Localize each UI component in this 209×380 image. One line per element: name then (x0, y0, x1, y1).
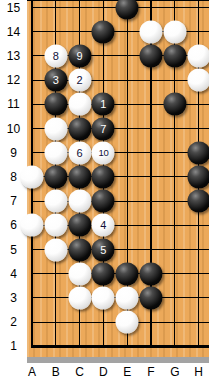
white-stone-G14 (163, 20, 186, 43)
move-number-label: 6 (77, 147, 83, 158)
white-stone-B10 (44, 117, 67, 140)
row-label-14: 14 (0, 26, 27, 38)
move-6-white-stone-C9: 6 (68, 141, 91, 164)
row-label-12: 12 (0, 74, 27, 86)
black-stone-G11 (163, 93, 186, 116)
row-label-4: 4 (0, 268, 27, 280)
move-number-label: 8 (53, 50, 59, 61)
black-stone-D8 (92, 165, 115, 188)
row-label-13: 13 (0, 50, 27, 62)
black-stone-D7 (92, 190, 115, 213)
white-stone-B7 (44, 190, 67, 213)
grid-hline-1 (32, 345, 209, 348)
row-label-1: 1 (0, 340, 27, 352)
row-label-9: 9 (0, 147, 27, 159)
black-stone-B8 (44, 165, 67, 188)
black-stone-F4 (140, 262, 163, 285)
col-label-E: E (117, 364, 137, 380)
move-number-label: 4 (100, 220, 106, 231)
black-stone-F13 (140, 44, 163, 67)
col-label-H: H (189, 364, 209, 380)
col-label-G: G (165, 364, 185, 380)
black-stone-C6 (68, 214, 91, 237)
white-stone-H12 (187, 69, 209, 92)
move-number-label: 1 (100, 99, 106, 110)
move-3-black-stone-B12: 3 (44, 69, 67, 92)
row-label-3: 3 (0, 292, 27, 304)
white-stone-A8 (21, 165, 44, 188)
black-stone-H8 (187, 165, 209, 188)
move-2-white-stone-C12: 2 (68, 69, 91, 92)
move-number-label: 10 (99, 148, 109, 158)
row-label-2: 2 (0, 316, 27, 328)
white-stone-C3 (68, 286, 91, 309)
row-label-10: 10 (0, 123, 27, 135)
black-stone-D14 (92, 20, 115, 43)
black-stone-C10 (68, 117, 91, 140)
row-label-15: 15 (0, 2, 27, 14)
white-stone-H13 (187, 44, 209, 67)
row-label-5: 5 (0, 244, 27, 256)
move-1-black-stone-D11: 1 (92, 93, 115, 116)
white-stone-A6 (21, 214, 44, 237)
black-stone-C5 (68, 238, 91, 261)
col-label-B: B (46, 364, 66, 380)
white-stone-E3 (116, 286, 139, 309)
col-label-D: D (93, 364, 113, 380)
black-stone-H9 (187, 141, 209, 164)
white-stone-C7 (68, 190, 91, 213)
move-7-black-stone-D10: 7 (92, 117, 115, 140)
go-diagram: 151413121110987654321 ABCDEFGH 893217610… (0, 0, 209, 380)
black-stone-E4 (116, 262, 139, 285)
white-stone-B5 (44, 238, 67, 261)
black-stone-C8 (68, 165, 91, 188)
move-9-black-stone-C13: 9 (68, 44, 91, 67)
white-stone-D3 (92, 286, 115, 309)
col-label-F: F (141, 364, 161, 380)
move-4-white-stone-D6: 4 (92, 214, 115, 237)
move-8-white-stone-B13: 8 (44, 44, 67, 67)
white-stone-F14 (140, 20, 163, 43)
move-number-label: 5 (100, 244, 106, 255)
move-number-label: 7 (100, 123, 106, 134)
black-stone-D4 (92, 262, 115, 285)
black-stone-B11 (44, 93, 67, 116)
col-label-A: A (22, 364, 42, 380)
move-10-white-stone-D9: 10 (92, 141, 115, 164)
white-stone-B6 (44, 214, 67, 237)
move-number-label: 3 (53, 75, 59, 86)
black-stone-F3 (140, 286, 163, 309)
board-bottom-shadow (27, 357, 209, 363)
col-label-C: C (70, 364, 90, 380)
move-number-label: 9 (77, 50, 83, 61)
white-stone-E2 (116, 311, 139, 334)
move-number-label: 2 (77, 75, 83, 86)
row-label-7: 7 (0, 195, 27, 207)
white-stone-B9 (44, 141, 67, 164)
white-stone-C11 (68, 93, 91, 116)
black-stone-H7 (187, 190, 209, 213)
black-stone-G13 (163, 44, 186, 67)
move-5-black-stone-D5: 5 (92, 238, 115, 261)
white-stone-C4 (68, 262, 91, 285)
row-label-11: 11 (0, 98, 27, 110)
